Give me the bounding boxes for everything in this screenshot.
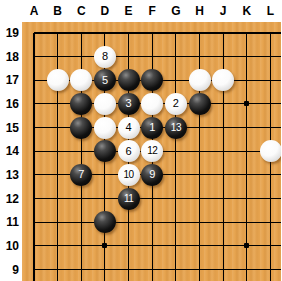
col-label-E: E bbox=[119, 0, 139, 22]
stone-white-G16[interactable]: 2 bbox=[165, 93, 187, 115]
stone-black-E12[interactable]: 11 bbox=[118, 188, 140, 210]
col-label-D: D bbox=[95, 0, 115, 22]
col-label-A: A bbox=[24, 0, 44, 22]
col-label-B: B bbox=[48, 0, 68, 22]
stone-black-H16[interactable] bbox=[189, 93, 211, 115]
stone-black-E16[interactable]: 3 bbox=[118, 93, 140, 115]
stone-black-G15[interactable]: 13 bbox=[165, 117, 187, 139]
stone-black-D11[interactable] bbox=[94, 211, 116, 233]
stone-white-F16[interactable] bbox=[141, 93, 163, 115]
stone-white-E15[interactable]: 4 bbox=[118, 117, 140, 139]
stone-white-D15[interactable] bbox=[94, 117, 116, 139]
go-diagram-screen: ABCDEFGHJKL 191817161514131211109 853241… bbox=[0, 0, 281, 281]
stone-white-L14[interactable] bbox=[260, 140, 282, 162]
go-board[interactable]: 85324113612710911 bbox=[22, 22, 281, 281]
move-number-12: 12 bbox=[147, 146, 157, 156]
move-number-13: 13 bbox=[171, 123, 181, 133]
stone-black-C13[interactable]: 7 bbox=[70, 164, 92, 186]
move-number-5: 5 bbox=[102, 75, 108, 86]
row-label-15: 15 bbox=[0, 117, 19, 139]
row-label-13: 13 bbox=[0, 164, 19, 186]
grid-vline-A bbox=[33, 33, 35, 281]
stone-white-D18[interactable]: 8 bbox=[94, 46, 116, 68]
grid-hline-12 bbox=[34, 198, 281, 199]
grid-hline-9 bbox=[34, 269, 281, 270]
stone-white-E13[interactable]: 10 bbox=[118, 164, 140, 186]
stone-black-F15[interactable]: 1 bbox=[141, 117, 163, 139]
stone-white-F14[interactable]: 12 bbox=[141, 140, 163, 162]
row-label-19: 19 bbox=[0, 22, 19, 44]
move-number-1: 1 bbox=[149, 122, 155, 133]
grid-hline-19 bbox=[34, 32, 281, 34]
move-number-11: 11 bbox=[124, 194, 133, 204]
stone-white-E14[interactable]: 6 bbox=[118, 140, 140, 162]
move-number-8: 8 bbox=[102, 51, 108, 62]
move-number-10: 10 bbox=[124, 170, 134, 180]
row-label-9: 9 bbox=[0, 259, 19, 281]
row-label-14: 14 bbox=[0, 140, 19, 162]
grid-vline-G bbox=[175, 33, 176, 281]
star-point-K10 bbox=[244, 243, 249, 248]
row-label-10: 10 bbox=[0, 235, 19, 257]
star-point-K16 bbox=[244, 101, 249, 106]
col-label-K: K bbox=[237, 0, 257, 22]
move-number-9: 9 bbox=[149, 169, 155, 180]
col-label-J: J bbox=[213, 0, 233, 22]
move-number-4: 4 bbox=[126, 122, 132, 133]
stone-black-D17[interactable]: 5 bbox=[94, 69, 116, 91]
move-number-7: 7 bbox=[78, 169, 84, 180]
move-number-3: 3 bbox=[126, 98, 132, 109]
row-label-17: 17 bbox=[0, 69, 19, 91]
row-label-11: 11 bbox=[0, 211, 19, 233]
row-label-12: 12 bbox=[0, 188, 19, 210]
col-label-L: L bbox=[261, 0, 281, 22]
stone-black-D14[interactable] bbox=[94, 140, 116, 162]
stone-black-E17[interactable] bbox=[118, 69, 140, 91]
stone-white-C17[interactable] bbox=[70, 69, 92, 91]
grid-hline-18 bbox=[34, 56, 281, 57]
stone-white-J17[interactable] bbox=[212, 69, 234, 91]
move-number-6: 6 bbox=[126, 146, 132, 157]
stone-black-F17[interactable] bbox=[141, 69, 163, 91]
stone-white-B17[interactable] bbox=[47, 69, 69, 91]
row-label-16: 16 bbox=[0, 93, 19, 115]
stone-white-H17[interactable] bbox=[189, 69, 211, 91]
row-label-18: 18 bbox=[0, 46, 19, 68]
col-label-H: H bbox=[190, 0, 210, 22]
stone-black-C16[interactable] bbox=[70, 93, 92, 115]
col-label-C: C bbox=[71, 0, 91, 22]
stone-black-F13[interactable]: 9 bbox=[141, 164, 163, 186]
col-label-F: F bbox=[142, 0, 162, 22]
star-point-D10 bbox=[102, 243, 107, 248]
stone-white-D16[interactable] bbox=[94, 93, 116, 115]
move-number-2: 2 bbox=[173, 98, 179, 109]
grid-hline-11 bbox=[34, 222, 281, 223]
stone-black-C15[interactable] bbox=[70, 117, 92, 139]
col-label-G: G bbox=[166, 0, 186, 22]
